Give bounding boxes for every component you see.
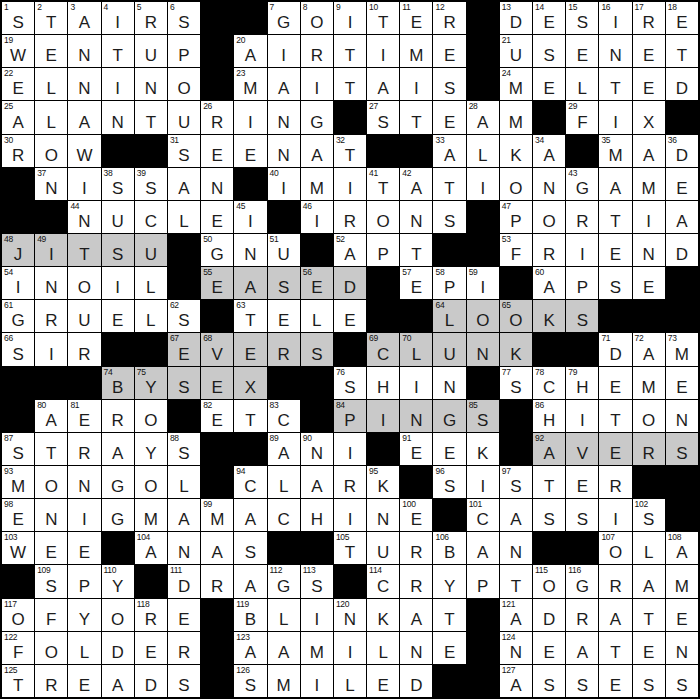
cell-r15c5[interactable]: A (168, 499, 200, 531)
cell-r20c11[interactable]: E (367, 665, 399, 697)
cell-r6c17[interactable]: R (566, 201, 598, 233)
cell-r7c10[interactable]: 52A (334, 234, 366, 266)
cell-r16c12[interactable]: R (400, 532, 432, 564)
cell-r3c17[interactable]: 29F (566, 101, 598, 133)
cell-r18c7[interactable]: 119B (234, 599, 266, 631)
cell-r5c11[interactable]: 41T (367, 168, 399, 200)
cell-r4c9[interactable]: A (301, 135, 333, 167)
cell-r18c3[interactable]: O (102, 599, 134, 631)
cell-r5c14[interactable]: I (467, 168, 499, 200)
cell-r16c14[interactable]: A (467, 532, 499, 564)
cell-r6c19[interactable]: I (633, 201, 665, 233)
cell-r11c15[interactable]: 77S (500, 367, 532, 399)
cell-r20c1[interactable]: R (35, 665, 67, 697)
cell-r15c16[interactable]: S (533, 499, 565, 531)
cell-r14c8[interactable]: L (268, 466, 300, 498)
cell-r2c4[interactable]: N (135, 68, 167, 100)
cell-r18c4[interactable]: 118R (135, 599, 167, 631)
cell-r19c19[interactable]: E (633, 632, 665, 664)
cell-r4c5[interactable]: 31S (168, 135, 200, 167)
cell-r4c10[interactable]: 32T (334, 135, 366, 167)
cell-r20c2[interactable]: E (68, 665, 100, 697)
cell-r7c18[interactable]: E (599, 234, 631, 266)
cell-r16c7[interactable]: S (234, 532, 266, 564)
cell-r14c1[interactable]: O (35, 466, 67, 498)
cell-r7c15[interactable]: 53F (500, 234, 532, 266)
cell-r9c0[interactable]: 61G (2, 300, 34, 332)
cell-r7c16[interactable]: R (533, 234, 565, 266)
cell-r3c11[interactable]: 27S (367, 101, 399, 133)
cell-r12c3[interactable]: R (102, 400, 134, 432)
cell-r4c13[interactable]: 33A (433, 135, 465, 167)
cell-r16c20[interactable]: 108A (666, 532, 698, 564)
cell-r17c12[interactable]: R (400, 565, 432, 597)
cell-r16c1[interactable]: E (35, 532, 67, 564)
cell-r15c2[interactable]: I (68, 499, 100, 531)
cell-r2c11[interactable]: A (367, 68, 399, 100)
cell-r3c14[interactable]: 28A (467, 101, 499, 133)
cell-r18c5[interactable]: E (168, 599, 200, 631)
cell-r8c13[interactable]: 58P (433, 267, 465, 299)
cell-r9c3[interactable]: E (102, 300, 134, 332)
cell-r1c0[interactable]: 19W (2, 35, 34, 67)
cell-r13c14[interactable]: K (467, 433, 499, 465)
cell-r10c11[interactable]: 69C (367, 333, 399, 365)
cell-r12c6[interactable]: 82E (201, 400, 233, 432)
cell-r11c7[interactable]: X (234, 367, 266, 399)
cell-r20c0[interactable]: 125T (2, 665, 34, 697)
cell-r15c9[interactable]: H (301, 499, 333, 531)
cell-r8c1[interactable]: N (35, 267, 67, 299)
cell-r13c18[interactable]: E (599, 433, 631, 465)
cell-r20c20[interactable]: S (666, 665, 698, 697)
cell-r5c17[interactable]: 43G (566, 168, 598, 200)
cell-r20c4[interactable]: D (135, 665, 167, 697)
cell-r16c6[interactable]: A (201, 532, 233, 564)
cell-r6c4[interactable]: C (135, 201, 167, 233)
cell-r0c0[interactable]: 1S (2, 2, 34, 34)
cell-r18c18[interactable]: A (599, 599, 631, 631)
cell-r11c16[interactable]: 78C (533, 367, 565, 399)
cell-r15c12[interactable]: 100E (400, 499, 432, 531)
cell-r3c2[interactable]: A (68, 101, 100, 133)
cell-r5c2[interactable]: I (68, 168, 100, 200)
cell-r10c9[interactable]: S (301, 333, 333, 365)
cell-r8c10[interactable]: D (334, 267, 366, 299)
cell-r14c5[interactable]: L (168, 466, 200, 498)
cell-r2c0[interactable]: 22E (2, 68, 34, 100)
cell-r13c12[interactable]: 91E (400, 433, 432, 465)
cell-r13c16[interactable]: 92A (533, 433, 565, 465)
cell-r19c7[interactable]: 123A (234, 632, 266, 664)
cell-r3c7[interactable]: I (234, 101, 266, 133)
cell-r19c2[interactable]: L (68, 632, 100, 664)
cell-r1c11[interactable]: I (367, 35, 399, 67)
cell-r17c2[interactable]: P (68, 565, 100, 597)
cell-r3c4[interactable]: T (135, 101, 167, 133)
cell-r0c19[interactable]: 17R (633, 2, 665, 34)
cell-r7c19[interactable]: N (633, 234, 665, 266)
cell-r18c20[interactable]: E (666, 599, 698, 631)
cell-r4c8[interactable]: N (268, 135, 300, 167)
cell-r15c4[interactable]: M (135, 499, 167, 531)
cell-r0c1[interactable]: 2T (35, 2, 67, 34)
cell-r9c13[interactable]: 64L (433, 300, 465, 332)
cell-r1c8[interactable]: I (268, 35, 300, 67)
cell-r18c0[interactable]: 117O (2, 599, 34, 631)
cell-r8c18[interactable]: S (599, 267, 631, 299)
cell-r12c16[interactable]: 86H (533, 400, 565, 432)
cell-r11c20[interactable]: E (666, 367, 698, 399)
cell-r3c6[interactable]: 26R (201, 101, 233, 133)
cell-r11c13[interactable]: N (433, 367, 465, 399)
cell-r14c16[interactable]: T (533, 466, 565, 498)
cell-r19c4[interactable]: E (135, 632, 167, 664)
cell-r17c6[interactable]: R (201, 565, 233, 597)
cell-r9c4[interactable]: L (135, 300, 167, 332)
cell-r14c17[interactable]: E (566, 466, 598, 498)
cell-r6c7[interactable]: 45I (234, 201, 266, 233)
cell-r12c20[interactable]: N (666, 400, 698, 432)
cell-r14c4[interactable]: O (135, 466, 167, 498)
cell-r20c19[interactable]: S (633, 665, 665, 697)
cell-r8c0[interactable]: 54I (2, 267, 34, 299)
cell-r5c13[interactable]: T (433, 168, 465, 200)
cell-r0c11[interactable]: 10T (367, 2, 399, 34)
cell-r6c6[interactable]: E (201, 201, 233, 233)
cell-r8c8[interactable]: S (268, 267, 300, 299)
cell-r7c0[interactable]: 48J (2, 234, 34, 266)
cell-r14c7[interactable]: 94C (234, 466, 266, 498)
cell-r18c17[interactable]: R (566, 599, 598, 631)
cell-r10c5[interactable]: 67E (168, 333, 200, 365)
cell-r8c17[interactable]: P (566, 267, 598, 299)
cell-r15c17[interactable]: S (566, 499, 598, 531)
cell-r0c5[interactable]: 6S (168, 2, 200, 34)
cell-r3c5[interactable]: U (168, 101, 200, 133)
cell-r10c13[interactable]: U (433, 333, 465, 365)
cell-r16c4[interactable]: 104A (135, 532, 167, 564)
cell-r16c0[interactable]: 103W (2, 532, 34, 564)
cell-r15c10[interactable]: I (334, 499, 366, 531)
cell-r12c12[interactable]: N (400, 400, 432, 432)
cell-r17c19[interactable]: A (633, 565, 665, 597)
cell-r1c18[interactable]: N (599, 35, 631, 67)
cell-r2c15[interactable]: 24M (500, 68, 532, 100)
cell-r8c12[interactable]: 57E (400, 267, 432, 299)
cell-r5c15[interactable]: O (500, 168, 532, 200)
cell-r10c19[interactable]: 72A (633, 333, 665, 365)
cell-r2c17[interactable]: L (566, 68, 598, 100)
cell-r8c6[interactable]: 55E (201, 267, 233, 299)
cell-r1c9[interactable]: R (301, 35, 333, 67)
cell-r3c3[interactable]: N (102, 101, 134, 133)
cell-r3c0[interactable]: 25A (2, 101, 34, 133)
cell-r8c9[interactable]: 56E (301, 267, 333, 299)
cell-r13c3[interactable]: A (102, 433, 134, 465)
cell-r17c8[interactable]: 112G (268, 565, 300, 597)
cell-r2c2[interactable]: N (68, 68, 100, 100)
cell-r13c17[interactable]: V (566, 433, 598, 465)
cell-r12c19[interactable]: O (633, 400, 665, 432)
cell-r7c1[interactable]: 49I (35, 234, 67, 266)
cell-r3c13[interactable]: E (433, 101, 465, 133)
cell-r19c18[interactable]: T (599, 632, 631, 664)
cell-r5c16[interactable]: N (533, 168, 565, 200)
cell-r19c10[interactable]: I (334, 632, 366, 664)
cell-r9c14[interactable]: O (467, 300, 499, 332)
cell-r3c8[interactable]: N (268, 101, 300, 133)
cell-r17c11[interactable]: 114C (367, 565, 399, 597)
cell-r10c15[interactable]: K (500, 333, 532, 365)
cell-r4c15[interactable]: K (500, 135, 532, 167)
cell-r6c16[interactable]: O (533, 201, 565, 233)
cell-r15c15[interactable]: A (500, 499, 532, 531)
cell-r0c16[interactable]: 14E (533, 2, 565, 34)
cell-r1c4[interactable]: U (135, 35, 167, 67)
cell-r16c18[interactable]: 107O (599, 532, 631, 564)
cell-r4c2[interactable]: W (68, 135, 100, 167)
cell-r8c16[interactable]: 60A (533, 267, 565, 299)
cell-r3c18[interactable]: I (599, 101, 631, 133)
cell-r17c16[interactable]: 115O (533, 565, 565, 597)
cell-r2c5[interactable]: O (168, 68, 200, 100)
cell-r14c13[interactable]: 96S (433, 466, 465, 498)
cell-r16c19[interactable]: L (633, 532, 665, 564)
cell-r5c8[interactable]: 40I (268, 168, 300, 200)
cell-r6c15[interactable]: 47P (500, 201, 532, 233)
cell-r5c10[interactable]: I (334, 168, 366, 200)
cell-r8c2[interactable]: O (68, 267, 100, 299)
cell-r3c12[interactable]: T (400, 101, 432, 133)
cell-r13c2[interactable]: R (68, 433, 100, 465)
cell-r13c0[interactable]: 87S (2, 433, 34, 465)
cell-r17c14[interactable]: P (467, 565, 499, 597)
cell-r12c1[interactable]: 80A (35, 400, 67, 432)
cell-r1c5[interactable]: P (168, 35, 200, 67)
cell-r0c12[interactable]: 11E (400, 2, 432, 34)
cell-r7c7[interactable]: N (234, 234, 266, 266)
cell-r2c8[interactable]: A (268, 68, 300, 100)
cell-r10c14[interactable]: N (467, 333, 499, 365)
cell-r1c1[interactable]: E (35, 35, 67, 67)
cell-r0c15[interactable]: 13D (500, 2, 532, 34)
cell-r8c19[interactable]: E (633, 267, 665, 299)
cell-r3c15[interactable]: M (500, 101, 532, 133)
cell-r17c5[interactable]: 111D (168, 565, 200, 597)
cell-r20c7[interactable]: 126S (234, 665, 266, 697)
cell-r5c6[interactable]: N (201, 168, 233, 200)
cell-r17c9[interactable]: 113S (301, 565, 333, 597)
cell-r15c1[interactable]: N (35, 499, 67, 531)
cell-r15c6[interactable]: 99M (201, 499, 233, 531)
cell-r20c5[interactable]: S (168, 665, 200, 697)
cell-r9c8[interactable]: E (268, 300, 300, 332)
cell-r12c8[interactable]: 83C (268, 400, 300, 432)
cell-r8c4[interactable]: L (135, 267, 167, 299)
cell-r13c1[interactable]: T (35, 433, 67, 465)
cell-r7c2[interactable]: T (68, 234, 100, 266)
cell-r20c10[interactable]: L (334, 665, 366, 697)
cell-r12c10[interactable]: 84P (334, 400, 366, 432)
cell-r8c14[interactable]: 59I (467, 267, 499, 299)
cell-r20c3[interactable]: A (102, 665, 134, 697)
cell-r2c7[interactable]: 23M (234, 68, 266, 100)
cell-r12c2[interactable]: 81E (68, 400, 100, 432)
cell-r2c13[interactable]: S (433, 68, 465, 100)
cell-r19c11[interactable]: L (367, 632, 399, 664)
cell-r8c3[interactable]: I (102, 267, 134, 299)
cell-r19c17[interactable]: A (566, 632, 598, 664)
cell-r15c11[interactable]: N (367, 499, 399, 531)
cell-r15c14[interactable]: 101C (467, 499, 499, 531)
cell-r18c15[interactable]: 121A (500, 599, 532, 631)
cell-r2c20[interactable]: D (666, 68, 698, 100)
cell-r5c18[interactable]: A (599, 168, 631, 200)
cell-r5c5[interactable]: A (168, 168, 200, 200)
cell-r11c3[interactable]: 74B (102, 367, 134, 399)
cell-r18c16[interactable]: D (533, 599, 565, 631)
cell-r19c8[interactable]: A (268, 632, 300, 664)
cell-r4c20[interactable]: 36D (666, 135, 698, 167)
cell-r19c1[interactable]: O (35, 632, 67, 664)
cell-r7c8[interactable]: 51U (268, 234, 300, 266)
cell-r20c17[interactable]: S (566, 665, 598, 697)
cell-r3c1[interactable]: L (35, 101, 67, 133)
cell-r0c4[interactable]: 5R (135, 2, 167, 34)
cell-r9c10[interactable]: E (334, 300, 366, 332)
cell-r6c5[interactable]: L (168, 201, 200, 233)
cell-r4c6[interactable]: E (201, 135, 233, 167)
cell-r0c17[interactable]: 15S (566, 2, 598, 34)
cell-r9c1[interactable]: R (35, 300, 67, 332)
cell-r16c13[interactable]: 106B (433, 532, 465, 564)
cell-r16c10[interactable]: 105T (334, 532, 366, 564)
cell-r12c14[interactable]: 85S (467, 400, 499, 432)
cell-r1c20[interactable]: T (666, 35, 698, 67)
cell-r0c13[interactable]: 12R (433, 2, 465, 34)
cell-r12c13[interactable]: G (433, 400, 465, 432)
cell-r15c0[interactable]: 98E (2, 499, 34, 531)
cell-r19c20[interactable]: N (666, 632, 698, 664)
cell-r15c3[interactable]: G (102, 499, 134, 531)
cell-r19c15[interactable]: 124N (500, 632, 532, 664)
cell-r11c4[interactable]: 75Y (135, 367, 167, 399)
cell-r18c1[interactable]: F (35, 599, 67, 631)
cell-r20c18[interactable]: E (599, 665, 631, 697)
cell-r2c10[interactable]: T (334, 68, 366, 100)
cell-r4c1[interactable]: O (35, 135, 67, 167)
cell-r19c16[interactable]: E (533, 632, 565, 664)
cell-r17c15[interactable]: T (500, 565, 532, 597)
cell-r5c4[interactable]: 39S (135, 168, 167, 200)
cell-r16c5[interactable]: N (168, 532, 200, 564)
cell-r10c6[interactable]: 68V (201, 333, 233, 365)
cell-r18c2[interactable]: Y (68, 599, 100, 631)
cell-r1c7[interactable]: 20A (234, 35, 266, 67)
cell-r11c11[interactable]: H (367, 367, 399, 399)
cell-r10c1[interactable]: I (35, 333, 67, 365)
cell-r13c10[interactable]: I (334, 433, 366, 465)
cell-r14c3[interactable]: G (102, 466, 134, 498)
cell-r20c9[interactable]: I (301, 665, 333, 697)
cell-r9c15[interactable]: 65O (500, 300, 532, 332)
cell-r14c18[interactable]: R (599, 466, 631, 498)
cell-r9c7[interactable]: 63T (234, 300, 266, 332)
cell-r6c18[interactable]: T (599, 201, 631, 233)
cell-r13c9[interactable]: 90N (301, 433, 333, 465)
cell-r18c8[interactable]: L (268, 599, 300, 631)
cell-r7c20[interactable]: D (666, 234, 698, 266)
cell-r5c3[interactable]: 38S (102, 168, 134, 200)
cell-r17c1[interactable]: 109S (35, 565, 67, 597)
cell-r0c10[interactable]: 9I (334, 2, 366, 34)
cell-r4c14[interactable]: L (467, 135, 499, 167)
cell-r5c9[interactable]: M (301, 168, 333, 200)
cell-r17c13[interactable]: Y (433, 565, 465, 597)
cell-r0c9[interactable]: 8O (301, 2, 333, 34)
cell-r7c3[interactable]: S (102, 234, 134, 266)
cell-r6c2[interactable]: 44N (68, 201, 100, 233)
cell-r1c13[interactable]: E (433, 35, 465, 67)
cell-r7c4[interactable]: U (135, 234, 167, 266)
cell-r11c5[interactable]: S (168, 367, 200, 399)
cell-r10c0[interactable]: 66S (2, 333, 34, 365)
cell-r14c9[interactable]: A (301, 466, 333, 498)
cell-r11c6[interactable]: E (201, 367, 233, 399)
cell-r11c10[interactable]: 76S (334, 367, 366, 399)
cell-r19c9[interactable]: M (301, 632, 333, 664)
cell-r6c12[interactable]: N (400, 201, 432, 233)
cell-r13c4[interactable]: Y (135, 433, 167, 465)
cell-r15c19[interactable]: 102S (633, 499, 665, 531)
cell-r19c13[interactable]: E (433, 632, 465, 664)
cell-r6c20[interactable]: A (666, 201, 698, 233)
cell-r19c3[interactable]: D (102, 632, 134, 664)
cell-r1c19[interactable]: E (633, 35, 665, 67)
cell-r1c2[interactable]: N (68, 35, 100, 67)
cell-r0c8[interactable]: 7G (268, 2, 300, 34)
cell-r9c2[interactable]: U (68, 300, 100, 332)
cell-r10c20[interactable]: 73M (666, 333, 698, 365)
cell-r11c12[interactable]: I (400, 367, 432, 399)
cell-r2c19[interactable]: E (633, 68, 665, 100)
cell-r5c1[interactable]: 37N (35, 168, 67, 200)
cell-r10c2[interactable]: R (68, 333, 100, 365)
cell-r2c16[interactable]: E (533, 68, 565, 100)
cell-r19c12[interactable]: N (400, 632, 432, 664)
cell-r11c17[interactable]: 79H (566, 367, 598, 399)
cell-r6c9[interactable]: 46I (301, 201, 333, 233)
cell-r9c16[interactable]: K (533, 300, 565, 332)
cell-r14c10[interactable]: R (334, 466, 366, 498)
cell-r1c16[interactable]: S (533, 35, 565, 67)
cell-r1c12[interactable]: M (400, 35, 432, 67)
cell-r13c5[interactable]: 88S (168, 433, 200, 465)
cell-r5c19[interactable]: M (633, 168, 665, 200)
cell-r17c18[interactable]: R (599, 565, 631, 597)
cell-r0c3[interactable]: 4I (102, 2, 134, 34)
cell-r12c11[interactable]: I (367, 400, 399, 432)
cell-r2c1[interactable]: L (35, 68, 67, 100)
cell-r9c5[interactable]: 62S (168, 300, 200, 332)
cell-r18c11[interactable]: K (367, 599, 399, 631)
cell-r8c7[interactable]: A (234, 267, 266, 299)
cell-r12c17[interactable]: I (566, 400, 598, 432)
cell-r9c17[interactable]: S (566, 300, 598, 332)
cell-r13c8[interactable]: 89A (268, 433, 300, 465)
cell-r16c15[interactable]: N (500, 532, 532, 564)
